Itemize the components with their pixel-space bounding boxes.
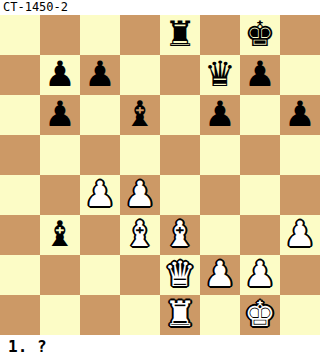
square-a1[interactable] (0, 295, 40, 335)
black-rook[interactable]: ♜ (164, 15, 195, 54)
square-d3[interactable]: ♝ (120, 215, 160, 255)
square-c1[interactable] (80, 295, 120, 335)
square-g5[interactable] (240, 135, 280, 175)
square-e6[interactable] (160, 95, 200, 135)
square-f3[interactable] (200, 215, 240, 255)
black-pawn[interactable]: ♟ (244, 55, 275, 94)
square-e7[interactable] (160, 55, 200, 95)
white-bishop[interactable]: ♝ (124, 215, 155, 254)
square-d8[interactable] (120, 15, 160, 55)
square-g4[interactable] (240, 175, 280, 215)
square-h8[interactable] (280, 15, 320, 55)
square-h2[interactable] (280, 255, 320, 295)
white-pawn[interactable]: ♟ (204, 255, 235, 294)
black-pawn[interactable]: ♟ (44, 95, 75, 134)
black-pawn[interactable]: ♟ (84, 55, 115, 94)
square-c7[interactable]: ♟ (80, 55, 120, 95)
square-h4[interactable] (280, 175, 320, 215)
square-c2[interactable] (80, 255, 120, 295)
square-h1[interactable] (280, 295, 320, 335)
square-h3[interactable]: ♟ (280, 215, 320, 255)
black-bishop[interactable]: ♝ (124, 95, 155, 134)
square-b1[interactable] (40, 295, 80, 335)
square-f1[interactable] (200, 295, 240, 335)
square-b2[interactable] (40, 255, 80, 295)
black-queen[interactable]: ♛ (204, 55, 235, 94)
black-pawn[interactable]: ♟ (44, 55, 75, 94)
square-e1[interactable]: ♜ (160, 295, 200, 335)
square-f2[interactable]: ♟ (200, 255, 240, 295)
square-h7[interactable] (280, 55, 320, 95)
square-c6[interactable] (80, 95, 120, 135)
square-d4[interactable]: ♟ (120, 175, 160, 215)
square-c3[interactable] (80, 215, 120, 255)
white-king[interactable]: ♚ (244, 295, 275, 334)
square-b5[interactable] (40, 135, 80, 175)
square-a7[interactable] (0, 55, 40, 95)
square-c5[interactable] (80, 135, 120, 175)
square-g3[interactable] (240, 215, 280, 255)
square-f6[interactable]: ♟ (200, 95, 240, 135)
square-d6[interactable]: ♝ (120, 95, 160, 135)
white-rook[interactable]: ♜ (164, 295, 195, 334)
square-e5[interactable] (160, 135, 200, 175)
square-d5[interactable] (120, 135, 160, 175)
square-e8[interactable]: ♜ (160, 15, 200, 55)
square-d7[interactable] (120, 55, 160, 95)
white-pawn[interactable]: ♟ (284, 215, 315, 254)
square-g6[interactable] (240, 95, 280, 135)
puzzle-title: CT-1450-2 (0, 0, 320, 15)
square-f4[interactable] (200, 175, 240, 215)
square-a6[interactable] (0, 95, 40, 135)
square-e2[interactable]: ♛ (160, 255, 200, 295)
square-c8[interactable] (80, 15, 120, 55)
black-king[interactable]: ♚ (244, 15, 275, 54)
white-queen[interactable]: ♛ (164, 255, 195, 294)
square-b3[interactable]: ♝ (40, 215, 80, 255)
square-g1[interactable]: ♚ (240, 295, 280, 335)
square-d1[interactable] (120, 295, 160, 335)
white-bishop[interactable]: ♝ (164, 215, 195, 254)
square-g2[interactable]: ♟ (240, 255, 280, 295)
square-f5[interactable] (200, 135, 240, 175)
black-bishop[interactable]: ♝ (44, 215, 75, 254)
square-e4[interactable] (160, 175, 200, 215)
move-prompt: 1. ? (0, 335, 320, 360)
square-h6[interactable]: ♟ (280, 95, 320, 135)
square-b7[interactable]: ♟ (40, 55, 80, 95)
black-pawn[interactable]: ♟ (284, 95, 315, 134)
square-h5[interactable] (280, 135, 320, 175)
square-g8[interactable]: ♚ (240, 15, 280, 55)
white-pawn[interactable]: ♟ (84, 175, 115, 214)
square-b4[interactable] (40, 175, 80, 215)
white-pawn[interactable]: ♟ (244, 255, 275, 294)
square-c4[interactable]: ♟ (80, 175, 120, 215)
black-pawn[interactable]: ♟ (204, 95, 235, 134)
chess-board: ♜♚♟♟♛♟♟♝♟♟♟♟♝♝♝♟♛♟♟♜♚ (0, 15, 320, 335)
square-b8[interactable] (40, 15, 80, 55)
square-g7[interactable]: ♟ (240, 55, 280, 95)
white-pawn[interactable]: ♟ (124, 175, 155, 214)
square-b6[interactable]: ♟ (40, 95, 80, 135)
square-f7[interactable]: ♛ (200, 55, 240, 95)
square-a4[interactable] (0, 175, 40, 215)
square-e3[interactable]: ♝ (160, 215, 200, 255)
square-a5[interactable] (0, 135, 40, 175)
square-a3[interactable] (0, 215, 40, 255)
square-a2[interactable] (0, 255, 40, 295)
square-d2[interactable] (120, 255, 160, 295)
square-a8[interactable] (0, 15, 40, 55)
square-f8[interactable] (200, 15, 240, 55)
